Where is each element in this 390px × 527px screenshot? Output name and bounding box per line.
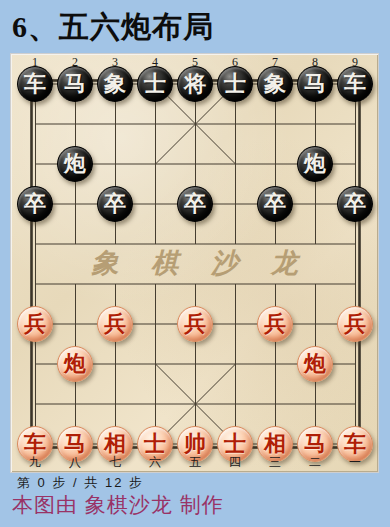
piece-black-elephant: 象	[257, 66, 293, 102]
board-point	[175, 224, 215, 264]
board-point: 炮	[55, 344, 95, 384]
board-point	[135, 104, 175, 144]
board-point	[335, 344, 375, 384]
file-cjk-label: 六	[135, 455, 175, 470]
board-point	[255, 144, 295, 184]
board-point	[295, 264, 335, 304]
xiangqi-board: 123456789 象 棋 沙 龙 车马象士将士象马车炮炮卒卒卒卒卒兵兵兵兵兵炮…	[10, 53, 379, 473]
board-point: 兵	[175, 304, 215, 344]
board-point	[255, 104, 295, 144]
piece-black-rook: 车	[337, 66, 373, 102]
step-status: 第 0 步 / 共 12 步	[17, 474, 144, 492]
board-point	[295, 104, 335, 144]
board-point	[135, 304, 175, 344]
piece-red-soldier: 兵	[257, 306, 293, 342]
board-point	[295, 384, 335, 424]
board-point	[215, 224, 255, 264]
bottom-coordinate-labels: 九八七六五四三二一	[15, 455, 375, 470]
board-point	[95, 104, 135, 144]
board-point	[255, 384, 295, 424]
board-point	[295, 304, 335, 344]
board-point	[135, 344, 175, 384]
board-point: 兵	[255, 304, 295, 344]
piece-black-advisor: 士	[217, 66, 253, 102]
piece-red-cannon: 炮	[57, 346, 93, 382]
piece-black-cannon: 炮	[297, 146, 333, 182]
board-point: 士	[215, 64, 255, 104]
board-point	[55, 104, 95, 144]
board-point: 马	[295, 64, 335, 104]
app-window: 6、五六炮布局	[0, 0, 390, 527]
board-point	[175, 344, 215, 384]
board-point	[55, 304, 95, 344]
file-cjk-label: 七	[95, 455, 135, 470]
board-point: 象	[255, 64, 295, 104]
board-point	[15, 384, 55, 424]
board-point: 卒	[175, 184, 215, 224]
board-point	[335, 224, 375, 264]
piece-black-soldier: 卒	[97, 186, 133, 222]
file-cjk-label: 四	[215, 455, 255, 470]
board-point	[55, 384, 95, 424]
piece-black-general: 将	[177, 66, 213, 102]
piece-red-soldier: 兵	[337, 306, 373, 342]
piece-black-soldier: 卒	[177, 186, 213, 222]
board-point: 卒	[95, 184, 135, 224]
board-point	[215, 344, 255, 384]
piece-black-cannon: 炮	[57, 146, 93, 182]
piece-black-soldier: 卒	[17, 186, 53, 222]
piece-red-cannon: 炮	[297, 346, 333, 382]
board-point	[215, 384, 255, 424]
board-point	[255, 344, 295, 384]
board-point: 士	[135, 64, 175, 104]
board-point	[135, 264, 175, 304]
board-point	[135, 144, 175, 184]
board-point	[175, 144, 215, 184]
footer-credit: 本图由 象棋沙龙 制作	[12, 491, 224, 519]
board-point: 卒	[335, 184, 375, 224]
piece-black-elephant: 象	[97, 66, 133, 102]
board-point	[295, 224, 335, 264]
board-point	[15, 264, 55, 304]
board-point: 卒	[15, 184, 55, 224]
board-point	[215, 264, 255, 304]
board-point	[215, 144, 255, 184]
board-point	[215, 184, 255, 224]
piece-red-soldier: 兵	[177, 306, 213, 342]
board-point	[335, 144, 375, 184]
board-point: 炮	[295, 344, 335, 384]
board-point	[215, 104, 255, 144]
board-point	[335, 264, 375, 304]
board-point: 将	[175, 64, 215, 104]
file-cjk-label: 二	[295, 455, 335, 470]
board-point: 象	[95, 64, 135, 104]
board-point	[135, 384, 175, 424]
board-point	[335, 384, 375, 424]
file-cjk-label: 三	[255, 455, 295, 470]
piece-black-advisor: 士	[137, 66, 173, 102]
page-title: 6、五六炮布局	[12, 7, 214, 48]
board-point	[15, 344, 55, 384]
piece-black-soldier: 卒	[257, 186, 293, 222]
board-point	[255, 224, 295, 264]
board-point	[95, 384, 135, 424]
board-point	[55, 224, 95, 264]
board-point	[15, 144, 55, 184]
board-point	[175, 264, 215, 304]
board-point	[15, 224, 55, 264]
file-cjk-label: 九	[15, 455, 55, 470]
board-point	[215, 304, 255, 344]
board-point: 炮	[55, 144, 95, 184]
piece-black-horse: 马	[297, 66, 333, 102]
board-point	[175, 384, 215, 424]
board-point	[15, 104, 55, 144]
board-point: 卒	[255, 184, 295, 224]
board-point: 兵	[335, 304, 375, 344]
board-point	[95, 224, 135, 264]
pieces-layer: 车马象士将士象马车炮炮卒卒卒卒卒兵兵兵兵兵炮炮车马相士帅士相马车	[15, 64, 375, 464]
file-cjk-label: 一	[335, 455, 375, 470]
board-point: 兵	[95, 304, 135, 344]
board-point	[55, 184, 95, 224]
board-point	[135, 224, 175, 264]
board-point: 炮	[295, 144, 335, 184]
board-point	[95, 264, 135, 304]
piece-red-soldier: 兵	[97, 306, 133, 342]
board-point: 车	[335, 64, 375, 104]
board-point	[95, 344, 135, 384]
board-point	[295, 184, 335, 224]
piece-red-soldier: 兵	[17, 306, 53, 342]
board-point	[95, 144, 135, 184]
board-point: 车	[15, 64, 55, 104]
board-point: 马	[55, 64, 95, 104]
file-cjk-label: 五	[175, 455, 215, 470]
piece-black-soldier: 卒	[337, 186, 373, 222]
board-point	[135, 184, 175, 224]
file-cjk-label: 八	[55, 455, 95, 470]
board-point	[175, 104, 215, 144]
board-point	[255, 264, 295, 304]
board-point: 兵	[15, 304, 55, 344]
board-point	[335, 104, 375, 144]
piece-black-rook: 车	[17, 66, 53, 102]
piece-black-horse: 马	[57, 66, 93, 102]
board-point	[55, 264, 95, 304]
